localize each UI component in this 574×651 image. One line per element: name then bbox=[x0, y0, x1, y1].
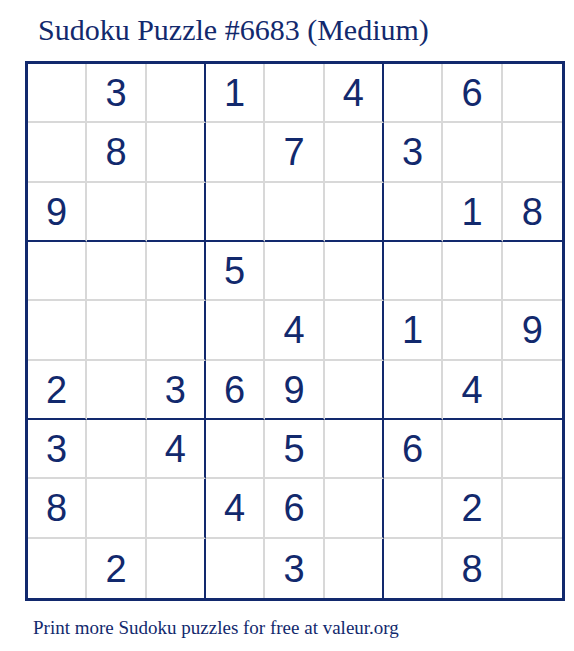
page-title: Sudoku Puzzle #6683 (Medium) bbox=[38, 12, 429, 48]
cell-r1c3 bbox=[147, 64, 206, 123]
page: Sudoku Puzzle #6683 (Medium) 31468739185… bbox=[0, 0, 574, 651]
cell-r1c2: 3 bbox=[87, 64, 146, 123]
cell-r9c5: 3 bbox=[265, 539, 324, 598]
cell-r6c2 bbox=[87, 361, 146, 420]
cell-r1c5 bbox=[265, 64, 324, 123]
cell-r6c3: 3 bbox=[147, 361, 206, 420]
cell-r5c7: 1 bbox=[384, 301, 443, 360]
cell-r6c5: 9 bbox=[265, 361, 324, 420]
cell-r3c2 bbox=[87, 183, 146, 242]
cell-r4c2 bbox=[87, 242, 146, 301]
cell-r9c7 bbox=[384, 539, 443, 598]
cell-r7c9 bbox=[503, 420, 562, 479]
cell-r5c5: 4 bbox=[265, 301, 324, 360]
cell-r2c4 bbox=[206, 123, 265, 182]
cell-r1c4: 1 bbox=[206, 64, 265, 123]
cell-r4c3 bbox=[147, 242, 206, 301]
cell-r6c4: 6 bbox=[206, 361, 265, 420]
cell-r7c3: 4 bbox=[147, 420, 206, 479]
cell-r9c2: 2 bbox=[87, 539, 146, 598]
cell-r5c3 bbox=[147, 301, 206, 360]
cell-r2c5: 7 bbox=[265, 123, 324, 182]
cell-r8c2 bbox=[87, 479, 146, 538]
cell-r2c9 bbox=[503, 123, 562, 182]
cell-r6c1: 2 bbox=[28, 361, 87, 420]
cell-r8c1: 8 bbox=[28, 479, 87, 538]
cell-r2c3 bbox=[147, 123, 206, 182]
cell-r3c7 bbox=[384, 183, 443, 242]
cell-r2c1 bbox=[28, 123, 87, 182]
cell-r1c8: 6 bbox=[443, 64, 502, 123]
cell-r9c9 bbox=[503, 539, 562, 598]
cell-r9c8: 8 bbox=[443, 539, 502, 598]
cell-r7c5: 5 bbox=[265, 420, 324, 479]
cell-r5c1 bbox=[28, 301, 87, 360]
cell-r5c4 bbox=[206, 301, 265, 360]
cell-r5c8 bbox=[443, 301, 502, 360]
cell-r8c8: 2 bbox=[443, 479, 502, 538]
cell-r4c6 bbox=[325, 242, 384, 301]
cell-r5c2 bbox=[87, 301, 146, 360]
cell-r9c4 bbox=[206, 539, 265, 598]
cell-r3c5 bbox=[265, 183, 324, 242]
cell-r5c9: 9 bbox=[503, 301, 562, 360]
cell-r8c7 bbox=[384, 479, 443, 538]
cell-r2c7: 3 bbox=[384, 123, 443, 182]
cell-r1c6: 4 bbox=[325, 64, 384, 123]
cell-r4c1 bbox=[28, 242, 87, 301]
cell-r8c5: 6 bbox=[265, 479, 324, 538]
cell-r7c6 bbox=[325, 420, 384, 479]
cell-r8c9 bbox=[503, 479, 562, 538]
cell-r6c6 bbox=[325, 361, 384, 420]
sudoku-board: 314687391854192369434568462238 bbox=[25, 61, 565, 601]
cell-r3c6 bbox=[325, 183, 384, 242]
cell-r4c8 bbox=[443, 242, 502, 301]
cell-r8c6 bbox=[325, 479, 384, 538]
cell-r1c1 bbox=[28, 64, 87, 123]
cell-r3c4 bbox=[206, 183, 265, 242]
cell-r4c9 bbox=[503, 242, 562, 301]
cell-r4c7 bbox=[384, 242, 443, 301]
cell-r6c7 bbox=[384, 361, 443, 420]
cell-r1c7 bbox=[384, 64, 443, 123]
cell-r7c8 bbox=[443, 420, 502, 479]
cell-r3c9: 8 bbox=[503, 183, 562, 242]
cell-r7c2 bbox=[87, 420, 146, 479]
cell-r7c1: 3 bbox=[28, 420, 87, 479]
cell-r7c4 bbox=[206, 420, 265, 479]
cell-r6c8: 4 bbox=[443, 361, 502, 420]
footer-text: Print more Sudoku puzzles for free at va… bbox=[33, 616, 399, 639]
cell-r7c7: 6 bbox=[384, 420, 443, 479]
cell-r3c8: 1 bbox=[443, 183, 502, 242]
cell-r5c6 bbox=[325, 301, 384, 360]
cell-r9c3 bbox=[147, 539, 206, 598]
cell-r2c2: 8 bbox=[87, 123, 146, 182]
cell-r9c6 bbox=[325, 539, 384, 598]
cell-r2c8 bbox=[443, 123, 502, 182]
cell-r4c5 bbox=[265, 242, 324, 301]
cell-r3c3 bbox=[147, 183, 206, 242]
cell-r8c4: 4 bbox=[206, 479, 265, 538]
cell-r1c9 bbox=[503, 64, 562, 123]
cell-r8c3 bbox=[147, 479, 206, 538]
cell-r9c1 bbox=[28, 539, 87, 598]
cell-r2c6 bbox=[325, 123, 384, 182]
cell-r4c4: 5 bbox=[206, 242, 265, 301]
cell-r6c9 bbox=[503, 361, 562, 420]
cell-r3c1: 9 bbox=[28, 183, 87, 242]
